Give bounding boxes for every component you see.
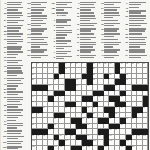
cell-number: 101 [143, 135, 146, 137]
clue-column-6: 444648505254565860626466 [124, 2, 148, 59]
clue-text-line [129, 18, 146, 19]
clue-text-lines [7, 25, 24, 30]
cell-number: 113 [104, 146, 107, 148]
clue-text-line [7, 62, 18, 63]
clue-text-line [80, 39, 91, 40]
clue-item: 101 [2, 141, 24, 146]
clue-item: 49 [2, 7, 24, 12]
cell-number: 28 [32, 79, 34, 81]
clue-text-lines [31, 2, 48, 7]
clue-item: 86 [2, 96, 24, 103]
clue-item: 90 [2, 109, 24, 114]
clue-item: 119 [26, 49, 48, 54]
clue-text-line [104, 33, 120, 34]
cell-number: 76 [60, 118, 62, 120]
clue-text-line [56, 37, 66, 38]
clue-item: 103 [26, 2, 48, 7]
clue-text-lines [31, 49, 48, 54]
clue-text-line [31, 7, 46, 8]
clue-text-line [56, 25, 71, 26]
cell-number: 17 [137, 63, 139, 65]
clue-text-line [7, 17, 20, 18]
cell-number: 56 [87, 101, 89, 103]
clue-text-lines [56, 56, 73, 59]
clue-text-line [80, 51, 91, 52]
clue-text-line [31, 46, 40, 47]
clue-item: 125 [51, 7, 73, 12]
clue-item: 5 [51, 40, 73, 45]
clue-item: 71 [2, 59, 24, 64]
clue-text-line [104, 17, 113, 18]
cell-number: 65 [121, 107, 123, 109]
clue-text-line [104, 23, 120, 24]
clue-text-line [80, 23, 97, 24]
clue-text-line [7, 115, 23, 116]
cell-number: 7 [71, 63, 72, 65]
clue-text-lines [7, 77, 24, 82]
cell-number: 54 [49, 101, 51, 103]
cell-number: 35 [76, 85, 78, 87]
clue-text-lines [7, 33, 24, 38]
clue-item: 8 [51, 56, 73, 59]
cell-number: 73 [137, 113, 139, 115]
cell-number: 3 [43, 63, 44, 65]
clue-text-line [104, 57, 114, 58]
cell-number: 112 [87, 146, 90, 148]
cell-number: 60 [65, 107, 67, 109]
clue-text-lines [7, 59, 24, 64]
clue-text-line [56, 27, 65, 28]
clue-text-line [7, 123, 23, 124]
clue-text-line [7, 70, 22, 71]
clue-text-line [129, 28, 147, 29]
cell-number: 22 [121, 68, 123, 70]
clue-item: 3 [51, 29, 73, 36]
clue-item: 63 [2, 38, 24, 45]
clue-item: 33 [99, 33, 121, 38]
clue-column-3: 124125127DOWN12345678 [51, 2, 73, 59]
clue-text-lines [7, 19, 24, 24]
clue-text-lines [80, 41, 97, 48]
cell-number: 48 [54, 96, 56, 98]
cell-number: 74 [32, 118, 34, 120]
clue-text-line [80, 55, 96, 56]
clue-text-line [7, 120, 16, 121]
clue-text-lines [7, 38, 24, 45]
clue-text-line [31, 25, 41, 26]
cell-number: 30 [76, 79, 78, 81]
cell-number: 93 [60, 135, 62, 137]
clue-item: 47 [2, 2, 24, 7]
clue-text-line [80, 37, 96, 38]
clue-text-line [31, 55, 47, 56]
clue-text-line [129, 15, 146, 16]
cell-number: 5 [54, 63, 55, 65]
clue-text-line [7, 143, 21, 144]
clue-text-line [7, 51, 23, 52]
clue-text-lines [129, 23, 148, 28]
cell-number: 80 [126, 118, 128, 120]
clue-item: 88 [2, 104, 24, 109]
clue-text-line [7, 72, 23, 73]
clue-text-line [31, 49, 46, 50]
clue-text-line [104, 7, 120, 8]
clue-text-line [7, 97, 23, 98]
clue-text-line [31, 42, 47, 43]
cell-number: 44 [126, 90, 128, 92]
clue-item: 2 [51, 24, 73, 29]
clue-text-lines [104, 2, 121, 7]
clue-item: 65 [2, 46, 24, 51]
clue-text-lines [7, 130, 24, 135]
clue-text-lines [80, 23, 97, 28]
clue-text-lines [7, 135, 24, 140]
clue-text-lines [7, 2, 24, 7]
clue-text-lines [80, 7, 97, 12]
clue-text-line [56, 12, 69, 13]
page-edge-shadow [0, 0, 1, 150]
clue-item: 67 [2, 51, 24, 56]
clue-text-line [7, 91, 23, 92]
clue-text-line [7, 25, 23, 26]
clue-text-line [31, 2, 47, 3]
clue-text-line [129, 42, 146, 43]
cell-number: 38 [32, 90, 34, 92]
clue-text-line [31, 51, 44, 52]
cell-number: 46 [137, 90, 139, 92]
clue-text-lines [7, 141, 24, 146]
clue-text-line [104, 46, 113, 47]
clue-text-lines [7, 104, 24, 109]
cell-number: 25 [93, 74, 95, 76]
clue-text-line [7, 15, 23, 16]
cell-number: 99 [132, 135, 134, 137]
clue-text-line [7, 83, 23, 84]
clue-text-lines [56, 7, 73, 12]
cell-number: 87 [76, 129, 78, 131]
clue-item: 84 [2, 91, 24, 96]
cell-number: 19 [32, 68, 34, 70]
clue-item: 44 [124, 2, 148, 7]
clue-text-lines [31, 15, 48, 22]
cell-number: 32 [93, 79, 95, 81]
grid-cell[interactable] [143, 146, 149, 150]
clue-text-line [80, 2, 96, 3]
clue-text-line [7, 141, 23, 142]
clue-text-line [104, 51, 117, 52]
clue-text-line [31, 15, 47, 16]
cell-number: 69 [65, 113, 67, 115]
clue-text-line [7, 43, 17, 44]
clue-item: 58 [124, 36, 148, 41]
cell-number: 81 [132, 118, 134, 120]
clue-text-lines [104, 7, 121, 12]
clue-text-line [7, 36, 21, 37]
clue-text-line [7, 75, 17, 76]
clue-text-line [129, 49, 146, 50]
cell-number: 43 [104, 90, 106, 92]
clue-item: 41 [99, 54, 121, 58]
cell-number: 67 [32, 113, 34, 115]
clue-text-line [7, 104, 22, 105]
clue-text-lines [7, 146, 24, 149]
clue-text-line [129, 37, 147, 38]
clue-text-line [7, 125, 23, 126]
clue-text-line [56, 56, 73, 57]
cell-number: 86 [49, 129, 51, 131]
clue-item: 14 [75, 28, 97, 33]
cell-number: 41 [65, 90, 67, 92]
clue-text-line [7, 117, 18, 118]
clue-text-line [80, 57, 94, 58]
clue-text-lines [80, 15, 97, 22]
clue-text-line [56, 32, 73, 33]
clue-text-line [104, 9, 117, 10]
clue-item: 102 [2, 146, 24, 149]
cell-number: 82 [32, 124, 34, 126]
clue-column-2: 103104106108109111113115117119121123 [26, 2, 48, 59]
cell-number: 6 [65, 63, 66, 65]
clue-text-line [7, 9, 18, 10]
cell-number: 64 [115, 107, 117, 109]
clue-text-lines [129, 49, 148, 54]
clue-text-line [7, 106, 18, 107]
clue-text-line [80, 46, 93, 47]
cell-number: 47 [32, 96, 34, 98]
clue-text-line [56, 2, 73, 3]
cell-number: 105 [93, 140, 96, 142]
scanned-crossword-page: 4749525456586163656769717375777981848688… [0, 0, 150, 150]
clue-item: 115 [26, 36, 48, 41]
cell-number: 108 [32, 146, 35, 148]
clue-text-lines [104, 23, 121, 28]
clue-item: 64 [124, 54, 148, 58]
clue-item: 92 [2, 114, 24, 119]
cell-number: 106 [110, 140, 113, 142]
clue-item: 108 [26, 15, 48, 22]
clue-text-line [129, 20, 144, 21]
clue-text-line [80, 33, 94, 34]
clue-item: 52 [2, 12, 24, 19]
clue-text-line [7, 12, 22, 13]
cell-number: 4 [49, 63, 50, 65]
clue-text-line [31, 12, 42, 13]
cell-number: 12 [104, 63, 106, 65]
clue-text-line [7, 67, 21, 68]
cell-number: 83 [54, 124, 56, 126]
clue-text-line [31, 57, 41, 58]
clue-text-line [80, 44, 96, 45]
clue-text-lines [104, 41, 121, 48]
cell-number: 58 [126, 101, 128, 103]
clue-text-lines [7, 123, 24, 130]
cell-number: 57 [99, 101, 101, 103]
cell-number: 107 [126, 140, 129, 142]
cell-number: 20 [65, 68, 67, 70]
clue-text-line [129, 55, 147, 56]
clue-item: 54 [124, 28, 148, 33]
cell-number: 29 [54, 79, 56, 81]
clue-text-line [7, 109, 23, 110]
clue-text-line [104, 36, 114, 37]
clue-text-line [104, 44, 119, 45]
clue-text-line [80, 7, 95, 8]
cell-number: 85 [121, 124, 123, 126]
cell-number: 98 [110, 135, 112, 137]
clue-text-line [129, 23, 147, 24]
clue-text-line [7, 48, 21, 49]
cell-number: 31 [82, 79, 84, 81]
clue-text-line [104, 12, 119, 13]
cell-number: 1 [32, 63, 33, 65]
cell-number: 42 [71, 90, 73, 92]
cell-number: 110 [60, 146, 63, 148]
clue-text-lines [7, 12, 24, 19]
clue-text-line [31, 23, 46, 24]
clue-text-line [7, 136, 24, 137]
clue-text-line [31, 20, 43, 21]
clue-text-line [56, 9, 65, 10]
clue-text-line [7, 20, 24, 21]
clue-text-lines [7, 114, 24, 119]
cell-number: 91 [37, 135, 39, 137]
clue-text-lines [56, 24, 73, 29]
clue-text-line [7, 27, 21, 28]
clue-text-lines [129, 41, 148, 48]
clue-item: 9 [75, 2, 97, 7]
clue-text-line [80, 18, 96, 19]
clue-item: 77 [2, 77, 24, 82]
clue-text-line [7, 65, 23, 66]
cell-number: 11 [99, 63, 101, 65]
clue-text-line [129, 46, 141, 47]
clue-column-5: 232426283031333537394143 [99, 2, 121, 59]
clue-text-line [56, 30, 72, 31]
clue-text-line [7, 22, 18, 23]
clue-text-line [80, 30, 91, 31]
cell-number: 72 [115, 113, 117, 115]
clue-text-line [7, 41, 23, 42]
clue-item: 79 [2, 83, 24, 88]
clue-text-line [7, 30, 19, 31]
clue-text-lines [80, 49, 97, 54]
clue-text-line [7, 130, 22, 131]
clue-item: 111 [26, 28, 48, 33]
cell-number: 89 [115, 129, 117, 131]
clue-item: 6 [51, 45, 73, 50]
cell-number: 103 [54, 140, 57, 142]
clue-text-line [129, 25, 142, 26]
clue-text-lines [56, 29, 73, 36]
clue-item: 54 [2, 19, 24, 24]
cell-number: 45 [132, 90, 134, 92]
clue-text-line [129, 57, 142, 58]
clue-text-line [31, 18, 47, 19]
clue-text-lines [129, 2, 148, 7]
cell-number: 104 [65, 140, 68, 142]
cell-number: 36 [87, 85, 89, 87]
clue-item: 21 [75, 54, 97, 58]
clue-text-line [56, 43, 68, 44]
clue-text-line [104, 4, 114, 5]
clue-item: 61 [2, 33, 24, 38]
clue-text-lines [7, 46, 24, 51]
clue-text-lines [31, 36, 48, 41]
cell-number: 9 [82, 63, 83, 65]
clue-text-lines [56, 45, 73, 50]
clue-item: 13 [75, 23, 97, 28]
cell-number: 96 [87, 135, 89, 137]
clue-text-line [7, 7, 23, 8]
clue-text-line [7, 57, 16, 58]
clue-item: 98 [2, 130, 24, 135]
clue-item: 18 [75, 49, 97, 54]
cell-number: 63 [93, 107, 95, 109]
cell-number: 51 [99, 96, 101, 98]
clue-text-line [31, 28, 47, 29]
clue-text-lines [129, 10, 148, 15]
clue-text-line [7, 138, 18, 139]
cell-number: 61 [71, 107, 73, 109]
clue-text-line [129, 7, 140, 8]
clue-text-line [80, 9, 91, 10]
clue-text-line [104, 25, 114, 26]
clue-item: 96 [2, 123, 24, 130]
cell-number: 52 [121, 96, 123, 98]
clue-text-line [56, 4, 68, 5]
clue-item: 17 [75, 41, 97, 48]
clue-text-line [80, 42, 96, 43]
clue-item: 10 [75, 7, 97, 12]
clue-text-line [7, 4, 21, 5]
clue-item: 109 [26, 23, 48, 28]
cell-number: 88 [110, 129, 112, 131]
cell-number: 13 [110, 63, 112, 65]
crossword-grid[interactable]: 1234567891011121314151617181920212223242… [31, 62, 149, 150]
clue-item: 7 [51, 51, 73, 56]
clue-text-line [104, 42, 121, 43]
cell-number: 111 [82, 146, 84, 148]
clue-text-line [56, 48, 65, 49]
clue-item: 52 [124, 23, 148, 28]
clue-text-lines [129, 54, 148, 58]
cell-number: 34 [49, 85, 51, 87]
clue-text-lines [31, 54, 48, 58]
clue-text-line [7, 33, 23, 34]
clue-text-lines [56, 19, 73, 24]
clue-item: 12 [75, 15, 97, 22]
clue-text-lines [31, 7, 48, 12]
cell-number: 114 [121, 146, 124, 148]
clue-text-lines [104, 33, 121, 38]
cell-number: 55 [76, 101, 78, 103]
clue-item: 100 [2, 135, 24, 140]
clue-text-lines [129, 15, 148, 22]
clue-item: 73 [2, 65, 24, 70]
clue-text-line [104, 15, 119, 16]
cell-number: 18 [143, 63, 145, 65]
cell-number: 49 [60, 96, 62, 98]
clue-item: 117 [26, 41, 48, 48]
clue-text-lines [31, 23, 48, 28]
clue-item: 104 [26, 7, 48, 12]
clue-text-lines [80, 28, 97, 33]
clue-item: 31 [99, 28, 121, 33]
clue-text-line [104, 28, 119, 29]
clue-text-line [56, 51, 71, 52]
clue-item: 48 [124, 10, 148, 15]
clue-text-lines [80, 36, 97, 41]
